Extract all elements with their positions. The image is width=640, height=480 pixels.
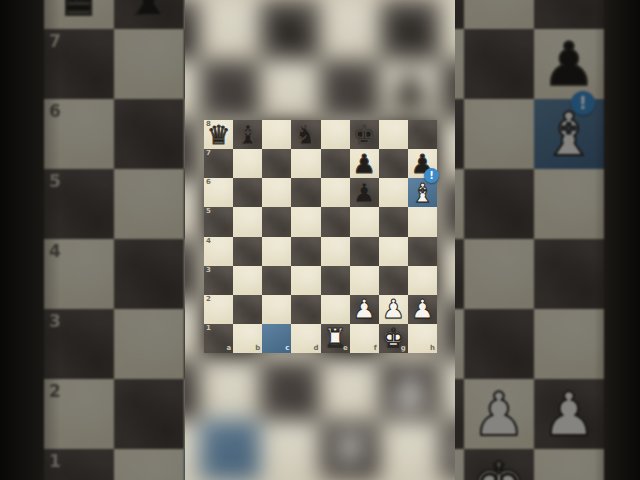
video-frame: ! 8♛♝♞♚7♟♟6♟♝5432♟♟♟1♜♚ ♛♝♞♚♟♟♟♝♟♟♟♜♚ 8♛… [0, 0, 640, 480]
rank-label-5: 5 [206, 208, 211, 215]
square-g8[interactable] [379, 120, 408, 149]
blur-square-g7 [440, 60, 455, 120]
square-h5[interactable] [408, 207, 437, 236]
blur-square-f7: ♟ [380, 60, 440, 120]
square-c4[interactable] [262, 237, 291, 266]
white-pawn: ♟ [542, 384, 596, 444]
rank-label-4: 4 [206, 238, 211, 245]
great-move-badge: ! [424, 168, 439, 183]
square-f7[interactable]: ♟ [350, 149, 379, 178]
file-label-c: c [285, 345, 289, 352]
square-f3[interactable] [350, 266, 379, 295]
square-e1[interactable]: e♜ [321, 324, 350, 353]
blur-square-b5 [185, 180, 200, 240]
square-d7[interactable] [291, 149, 320, 178]
white-rook: ♜ [327, 424, 374, 476]
square-b7[interactable] [233, 149, 262, 178]
square-e8[interactable] [321, 120, 350, 149]
blur-square-e8 [320, 0, 380, 60]
black-pawn: ♟ [353, 151, 376, 177]
white-rook: ♜ [323, 325, 346, 351]
black-pawn: ♟ [387, 64, 434, 116]
blur-square-f2: ♟ [380, 360, 440, 420]
bg-square-b8: ♝ [114, 0, 184, 29]
black-king: ♚ [353, 122, 376, 148]
white-pawn: ♟ [411, 296, 434, 322]
white-pawn: ♟ [353, 296, 376, 322]
square-g5[interactable] [379, 207, 408, 236]
square-g7[interactable] [379, 149, 408, 178]
blur-square-g3 [440, 300, 455, 360]
square-e4[interactable] [321, 237, 350, 266]
rank-label-6: 6 [206, 179, 211, 186]
square-h2[interactable]: ♟ [408, 295, 437, 324]
rank-label-1: 1 [206, 325, 211, 332]
blur-square-g6 [440, 120, 455, 180]
exclamation-icon: ! [579, 93, 587, 113]
file-label-h: h [430, 345, 435, 352]
square-a1[interactable]: 1a [204, 324, 233, 353]
white-pawn: ♟ [447, 364, 455, 416]
bg-square-b3 [114, 309, 184, 379]
square-g1[interactable]: g♚ [379, 324, 408, 353]
square-c6[interactable] [262, 178, 291, 207]
square-c1[interactable]: c [262, 324, 291, 353]
file-label-a: a [226, 345, 231, 352]
black-knight: ♞ [294, 122, 317, 148]
black-bishop: ♝ [122, 0, 176, 24]
square-d3[interactable] [291, 266, 320, 295]
square-a5[interactable]: 5 [204, 207, 233, 236]
blur-square-c7 [200, 60, 260, 120]
square-b5[interactable] [233, 207, 262, 236]
square-b1[interactable]: b [233, 324, 262, 353]
blur-square-b3 [185, 300, 200, 360]
right-vignette [594, 0, 640, 480]
bg-square-b4 [114, 239, 184, 309]
bg-square-g4 [464, 239, 534, 309]
black-queen: ♛ [207, 122, 230, 148]
white-pawn: ♟ [472, 384, 526, 444]
square-h1[interactable]: h [408, 324, 437, 353]
white-king: ♚ [472, 454, 526, 480]
square-e3[interactable] [321, 266, 350, 295]
square-c2[interactable] [262, 295, 291, 324]
bg-square-g7 [464, 29, 534, 99]
bg-square-g1: ♚ [464, 449, 534, 480]
square-h3[interactable] [408, 266, 437, 295]
blur-square-e7 [320, 60, 380, 120]
square-g6[interactable] [379, 178, 408, 207]
square-e7[interactable] [321, 149, 350, 178]
square-d8[interactable]: ♞ [291, 120, 320, 149]
left-vignette [0, 0, 60, 480]
blur-square-b1 [185, 420, 200, 480]
white-king: ♚ [382, 325, 405, 351]
square-f2[interactable]: ♟ [350, 295, 379, 324]
square-h4[interactable] [408, 237, 437, 266]
square-b6[interactable] [233, 178, 262, 207]
square-d4[interactable] [291, 237, 320, 266]
square-g4[interactable] [379, 237, 408, 266]
blur-square-d2 [260, 360, 320, 420]
square-b3[interactable] [233, 266, 262, 295]
square-f1[interactable]: f [350, 324, 379, 353]
black-bishop: ♝ [236, 122, 259, 148]
blur-square-d8: ♞ [260, 0, 320, 60]
blur-square-d7 [260, 60, 320, 120]
blur-square-b8: ♝ [185, 0, 200, 60]
rank-label-2: 2 [206, 296, 211, 303]
blur-square-e2 [320, 360, 380, 420]
black-bishop: ♝ [185, 4, 193, 56]
blur-square-c8 [200, 0, 260, 60]
bg-square-b2 [114, 379, 184, 449]
white-pawn: ♟ [382, 296, 405, 322]
blur-square-b4 [185, 240, 200, 300]
square-a4[interactable]: 4 [204, 237, 233, 266]
great-move-badge-background: ! [571, 91, 595, 115]
file-label-d: d [313, 345, 318, 352]
exclamation-icon: ! [429, 170, 434, 181]
bg-square-g2: ♟ [464, 379, 534, 449]
bg-square-b5 [114, 169, 184, 239]
bg-square-g6 [464, 99, 534, 169]
square-a3[interactable]: 3 [204, 266, 233, 295]
rank-label-7: 7 [206, 150, 211, 157]
bg-square-b6 [114, 99, 184, 169]
blur-square-g2: ♟ [440, 360, 455, 420]
bg-square-g5 [464, 169, 534, 239]
blur-square-g1: ♚ [440, 420, 455, 480]
black-king: ♚ [387, 4, 434, 56]
bg-square-g3 [464, 309, 534, 379]
blur-square-b7 [185, 60, 200, 120]
square-b2[interactable] [233, 295, 262, 324]
bg-square-b1 [114, 449, 184, 480]
blur-square-d1 [260, 420, 320, 480]
blur-square-f8: ♚ [380, 0, 440, 60]
square-c7[interactable] [262, 149, 291, 178]
white-bishop: ♝ [411, 180, 434, 206]
rank-label-3: 3 [206, 267, 211, 274]
black-pawn: ♟ [542, 34, 596, 94]
blur-square-b2 [185, 360, 200, 420]
square-f4[interactable] [350, 237, 379, 266]
black-queen: ♛ [52, 0, 106, 24]
square-d6[interactable] [291, 178, 320, 207]
blur-square-c2 [200, 360, 260, 420]
square-g3[interactable] [379, 266, 408, 295]
blur-square-b6 [185, 120, 200, 180]
black-pawn: ♟ [353, 180, 376, 206]
square-e5[interactable] [321, 207, 350, 236]
square-d2[interactable] [291, 295, 320, 324]
white-pawn: ♟ [387, 364, 434, 416]
square-d5[interactable] [291, 207, 320, 236]
square-a8[interactable]: 8♛ [204, 120, 233, 149]
square-b4[interactable] [233, 237, 262, 266]
blur-square-c1 [200, 420, 260, 480]
square-b8[interactable]: ♝ [233, 120, 262, 149]
black-knight: ♞ [267, 4, 314, 56]
square-e2[interactable] [321, 295, 350, 324]
square-h8[interactable] [408, 120, 437, 149]
blur-square-g4 [440, 240, 455, 300]
white-king: ♚ [447, 424, 455, 476]
blur-square-f1 [380, 420, 440, 480]
square-e6[interactable] [321, 178, 350, 207]
vertical-video-strip: ♛♝♞♚♟♟♟♝♟♟♟♜♚ 8♛♝♞♚7♟♟6♟♝5432♟♟♟1abcde♜f… [185, 0, 455, 480]
square-c8[interactable] [262, 120, 291, 149]
blur-square-e1: ♜ [320, 420, 380, 480]
square-c5[interactable] [262, 207, 291, 236]
square-d1[interactable]: d [291, 324, 320, 353]
chess-board: 8♛♝♞♚7♟♟6♟♝5432♟♟♟1abcde♜fg♚h [204, 120, 437, 353]
blur-square-g8 [440, 0, 455, 60]
square-a2[interactable]: 2 [204, 295, 233, 324]
blur-square-g5 [440, 180, 455, 240]
square-f5[interactable] [350, 207, 379, 236]
square-a7[interactable]: 7 [204, 149, 233, 178]
bg-square-g8 [464, 0, 534, 29]
bg-square-b7 [114, 29, 184, 99]
file-label-f: f [374, 345, 377, 352]
square-c3[interactable] [262, 266, 291, 295]
square-g2[interactable]: ♟ [379, 295, 408, 324]
square-a6[interactable]: 6 [204, 178, 233, 207]
square-f6[interactable]: ♟ [350, 178, 379, 207]
square-f8[interactable]: ♚ [350, 120, 379, 149]
file-label-b: b [255, 345, 260, 352]
